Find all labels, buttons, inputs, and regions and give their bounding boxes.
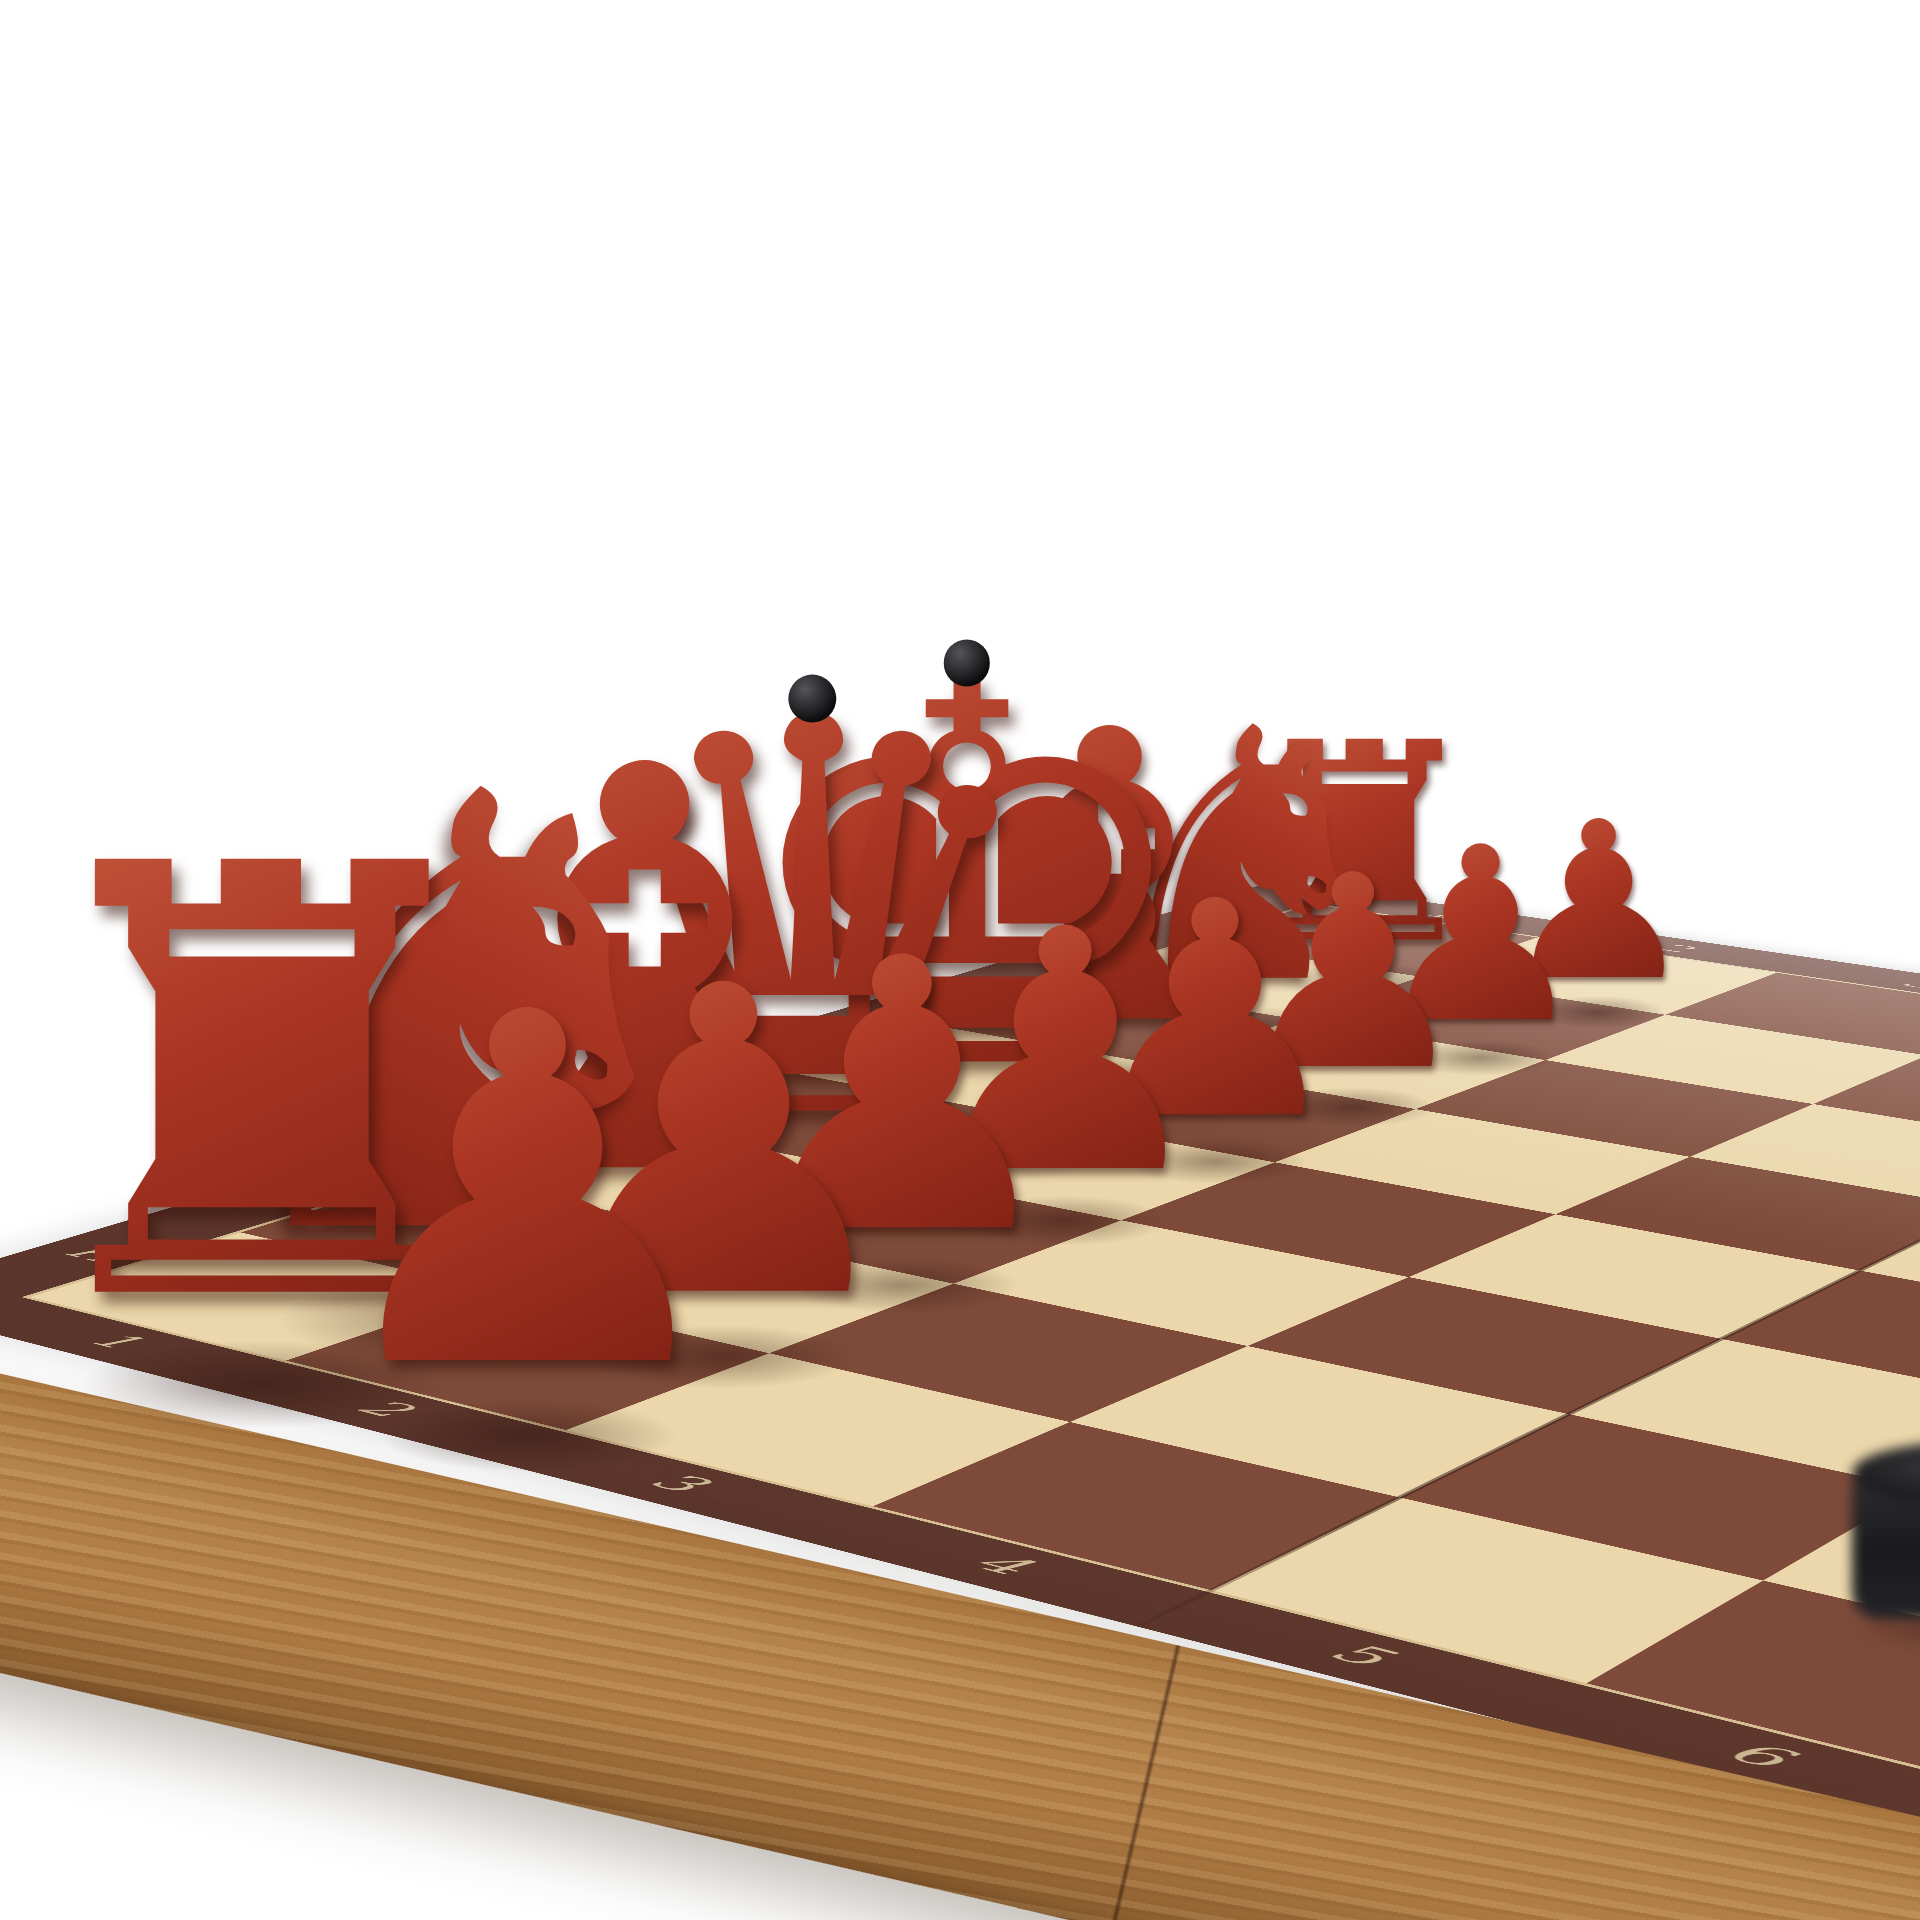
label-number-far-3: 3	[1894, 977, 1920, 991]
piece-white-pawn-h2[interactable]: ♟	[311, 952, 744, 1435]
side-fold-seam	[1109, 1645, 1182, 1920]
label-number-near-6: 6	[1712, 1735, 1803, 1774]
label-number-near-5: 5	[1315, 1637, 1404, 1672]
black-piece-partial[interactable]	[1852, 1442, 1920, 1632]
pawn-glyph: ♟	[311, 952, 744, 1435]
label-number-near-4: 4	[959, 1548, 1046, 1579]
product-photo-scene: 12345678 12345678 ABCDEFGH ABCDEFGH ♜♟♞♟…	[0, 0, 1920, 1920]
